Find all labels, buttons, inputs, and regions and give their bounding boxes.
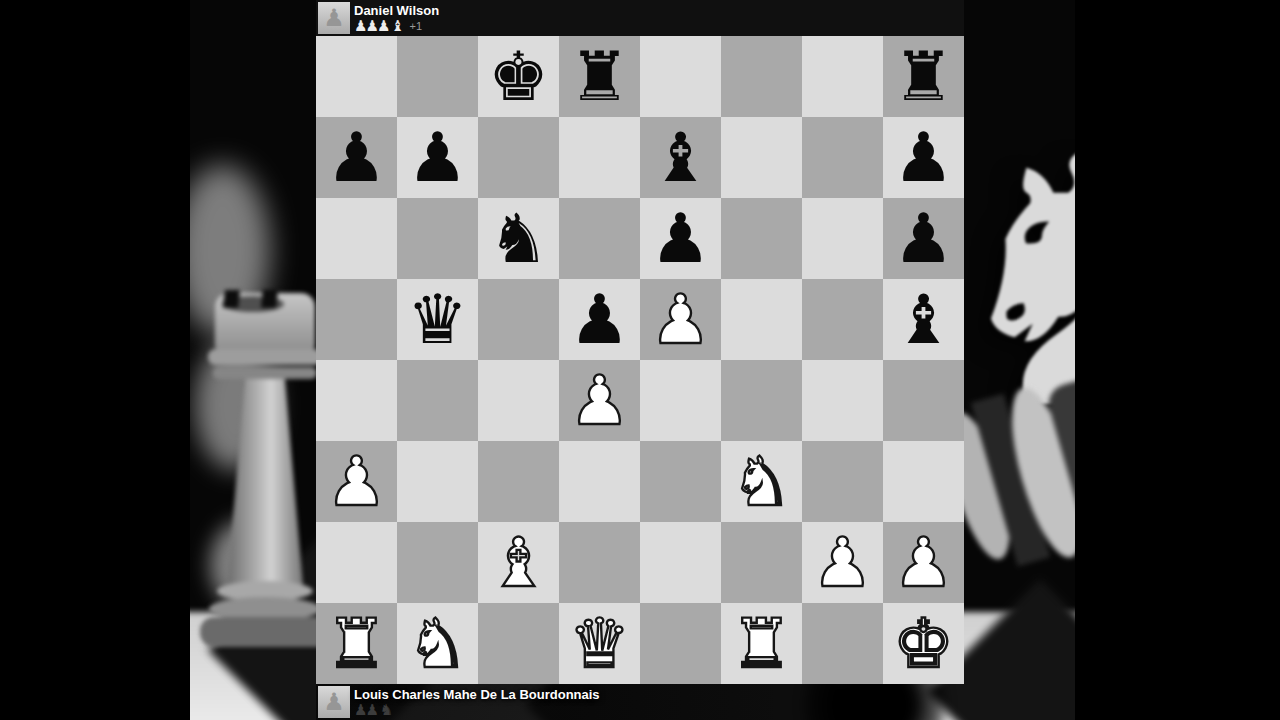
square-f6[interactable]: [721, 198, 802, 279]
square-d4[interactable]: ♟: [559, 360, 640, 441]
rook-base: [200, 617, 330, 647]
square-h3[interactable]: [883, 441, 964, 522]
square-e3[interactable]: [640, 441, 721, 522]
piece-white-knight[interactable]: ♞: [407, 610, 468, 678]
square-e1[interactable]: [640, 603, 721, 684]
square-b6[interactable]: [397, 198, 478, 279]
square-f8[interactable]: [721, 36, 802, 117]
piece-black-knight[interactable]: ♞: [488, 205, 549, 273]
bottom-player-captured-row: ♟♟ ♞: [354, 701, 391, 719]
piece-black-queen[interactable]: ♛: [407, 286, 468, 354]
square-e6[interactable]: ♟: [640, 198, 721, 279]
rook-body: [227, 379, 303, 585]
square-a1[interactable]: ♜: [316, 603, 397, 684]
top-player-bar: ♟ Daniel Wilson ♟♟♟ ♝ +1: [316, 0, 964, 36]
square-g1[interactable]: [802, 603, 883, 684]
square-h8[interactable]: ♜: [883, 36, 964, 117]
piece-black-bishop[interactable]: ♝: [893, 286, 954, 354]
square-d2[interactable]: [559, 522, 640, 603]
square-b1[interactable]: ♞: [397, 603, 478, 684]
piece-white-pawn[interactable]: ♟: [326, 448, 387, 516]
piece-white-pawn[interactable]: ♟: [650, 286, 711, 354]
square-h6[interactable]: ♟: [883, 198, 964, 279]
square-e5[interactable]: ♟: [640, 279, 721, 360]
square-c5[interactable]: [478, 279, 559, 360]
square-a4[interactable]: [316, 360, 397, 441]
square-a2[interactable]: [316, 522, 397, 603]
piece-white-rook[interactable]: ♜: [731, 610, 792, 678]
rook-collar: [208, 349, 322, 365]
rook-collar: [213, 367, 317, 379]
square-e2[interactable]: [640, 522, 721, 603]
piece-black-pawn[interactable]: ♟: [326, 124, 387, 192]
square-a8[interactable]: [316, 36, 397, 117]
square-g2[interactable]: ♟: [802, 522, 883, 603]
piece-black-pawn[interactable]: ♟: [893, 205, 954, 273]
square-b2[interactable]: [397, 522, 478, 603]
rook-notch: [223, 290, 240, 308]
piece-black-pawn[interactable]: ♟: [407, 124, 468, 192]
captured-pieces-icons: ♟♟♟ ♝: [354, 19, 403, 34]
bottom-player-name: Louis Charles Mahe De La Bourdonnais: [354, 687, 600, 702]
piece-white-queen[interactable]: ♛: [569, 610, 630, 678]
square-a5[interactable]: [316, 279, 397, 360]
board: ♚♜♜♟♟♝♟♞♟♟♛♟♟♝♟♟♞♝♟♟♜♞♛♜♚: [316, 36, 964, 684]
square-c8[interactable]: ♚: [478, 36, 559, 117]
square-c3[interactable]: [478, 441, 559, 522]
square-b3[interactable]: [397, 441, 478, 522]
bottom-player-avatar: ♟: [318, 686, 350, 718]
piece-black-rook[interactable]: ♜: [893, 43, 954, 111]
square-h1[interactable]: ♚: [883, 603, 964, 684]
top-player-captured-row: ♟♟♟ ♝ +1: [354, 17, 422, 35]
bottom-player-bar: ♟ Louis Charles Mahe De La Bourdonnais ♟…: [316, 684, 964, 720]
square-h4[interactable]: [883, 360, 964, 441]
piece-black-rook[interactable]: ♜: [569, 43, 630, 111]
square-a7[interactable]: ♟: [316, 117, 397, 198]
photo-rook-piece: [202, 293, 330, 653]
square-f2[interactable]: [721, 522, 802, 603]
square-f7[interactable]: [721, 117, 802, 198]
square-c7[interactable]: [478, 117, 559, 198]
piece-white-pawn[interactable]: ♟: [812, 529, 873, 597]
piece-white-pawn[interactable]: ♟: [569, 367, 630, 435]
rook-notch: [261, 290, 278, 308]
square-e8[interactable]: [640, 36, 721, 117]
square-e4[interactable]: [640, 360, 721, 441]
piece-white-pawn[interactable]: ♟: [893, 529, 954, 597]
pawn-avatar-icon: ♟: [323, 690, 345, 714]
material-advantage: +1: [410, 20, 423, 32]
square-c4[interactable]: [478, 360, 559, 441]
square-e7[interactable]: ♝: [640, 117, 721, 198]
piece-white-knight[interactable]: ♞: [731, 448, 792, 516]
square-f3[interactable]: ♞: [721, 441, 802, 522]
square-d7[interactable]: [559, 117, 640, 198]
piece-black-pawn[interactable]: ♟: [893, 124, 954, 192]
square-g8[interactable]: [802, 36, 883, 117]
square-h7[interactable]: ♟: [883, 117, 964, 198]
square-b5[interactable]: ♛: [397, 279, 478, 360]
top-player-avatar: ♟: [318, 2, 350, 34]
square-c6[interactable]: ♞: [478, 198, 559, 279]
square-d8[interactable]: ♜: [559, 36, 640, 117]
square-h5[interactable]: ♝: [883, 279, 964, 360]
square-b8[interactable]: [397, 36, 478, 117]
square-b7[interactable]: ♟: [397, 117, 478, 198]
square-h2[interactable]: ♟: [883, 522, 964, 603]
square-f5[interactable]: [721, 279, 802, 360]
piece-black-bishop[interactable]: ♝: [650, 124, 711, 192]
square-d1[interactable]: ♛: [559, 603, 640, 684]
square-b4[interactable]: [397, 360, 478, 441]
piece-white-bishop[interactable]: ♝: [488, 529, 549, 597]
piece-white-rook[interactable]: ♜: [326, 610, 387, 678]
piece-white-king[interactable]: ♚: [893, 610, 954, 678]
square-g7[interactable]: [802, 117, 883, 198]
square-g5[interactable]: [802, 279, 883, 360]
square-c2[interactable]: ♝: [478, 522, 559, 603]
square-a6[interactable]: [316, 198, 397, 279]
captured-pieces-icons: ♟♟ ♞: [354, 703, 391, 718]
square-d3[interactable]: [559, 441, 640, 522]
square-a3[interactable]: ♟: [316, 441, 397, 522]
square-f4[interactable]: [721, 360, 802, 441]
square-c1[interactable]: [478, 603, 559, 684]
square-g6[interactable]: [802, 198, 883, 279]
square-d6[interactable]: [559, 198, 640, 279]
piece-black-pawn[interactable]: ♟: [650, 205, 711, 273]
square-g3[interactable]: [802, 441, 883, 522]
pawn-avatar-icon: ♟: [323, 6, 345, 30]
video-frame: ♞ ♟ Daniel Wilson ♟♟♟ ♝ +1 ♚♜♜♟♟♝♟♞♟♟♛♟♟…: [0, 0, 1280, 720]
piece-black-pawn[interactable]: ♟: [569, 286, 630, 354]
top-player-name: Daniel Wilson: [354, 3, 439, 18]
piece-black-king[interactable]: ♚: [488, 43, 549, 111]
square-f1[interactable]: ♜: [721, 603, 802, 684]
square-g4[interactable]: [802, 360, 883, 441]
square-d5[interactable]: ♟: [559, 279, 640, 360]
